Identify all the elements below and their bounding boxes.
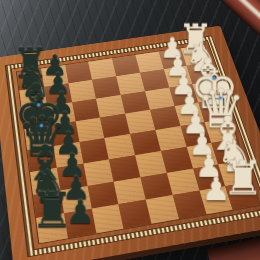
black-rook: ♜	[30, 186, 73, 234]
square-a8: ♜	[36, 214, 68, 244]
chess-board: ♜♟♟♜♞♟♟♞♝♟♟♝♚♟♟♚♛♟♟♛♝♟♟♝♞♟♟♞♜♟♟♜	[0, 26, 260, 260]
white-pawn: ♟	[202, 173, 231, 205]
chess-photo-scene: ♜♟♟♜♞♟♟♞♝♟♟♝♚♟♟♚♛♟♟♛♝♟♟♝♞♟♟♞♜♟♟♜	[0, 0, 260, 260]
square-a2: ♟	[199, 186, 233, 214]
